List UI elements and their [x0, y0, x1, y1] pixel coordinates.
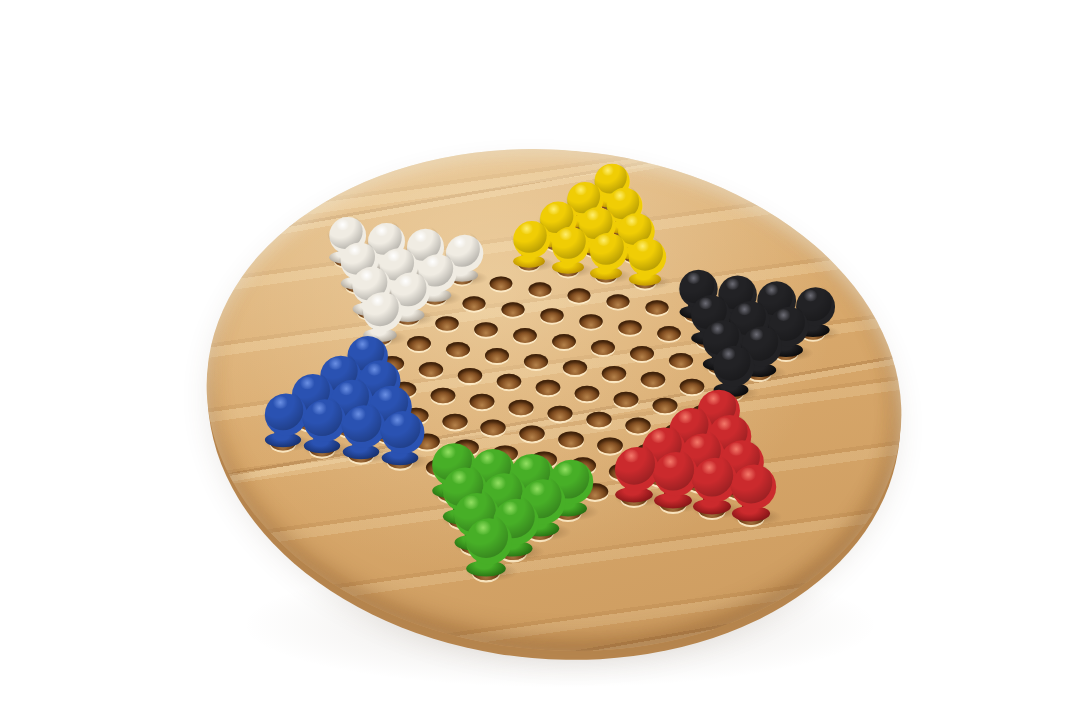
board-hole[interactable]: [497, 374, 521, 389]
board-hole[interactable]: [613, 392, 638, 408]
peg-ball: ●: [378, 405, 421, 450]
board-hole[interactable]: [508, 400, 533, 416]
board-hole[interactable]: [446, 342, 470, 357]
peg-ball: ●: [462, 511, 509, 560]
board-hole[interactable]: [529, 282, 552, 296]
board-hole[interactable]: [646, 301, 669, 315]
board-hole[interactable]: [474, 322, 498, 337]
board-hole[interactable]: [536, 380, 561, 395]
board-hole[interactable]: [485, 348, 509, 363]
chinese-checkers-board-photo: ●●●●●●●●●●●●●●●●●●●●●●●●●●●●●●●●●●●●●●●●…: [0, 0, 1086, 724]
board-hole[interactable]: [602, 366, 626, 381]
board-hole[interactable]: [591, 340, 615, 355]
board-hole[interactable]: [540, 308, 563, 323]
board-hole[interactable]: [607, 295, 630, 309]
board-hole[interactable]: [513, 328, 537, 343]
board-hole[interactable]: [419, 362, 443, 377]
board-hole[interactable]: [618, 320, 642, 335]
board-hole[interactable]: [575, 386, 600, 401]
board-hole[interactable]: [501, 302, 524, 316]
board-hole[interactable]: [524, 354, 548, 369]
peg-ball: ●: [626, 233, 664, 273]
board-hole[interactable]: [469, 394, 494, 410]
board-layer: ●●●●●●●●●●●●●●●●●●●●●●●●●●●●●●●●●●●●●●●●…: [0, 0, 1086, 724]
board-hole[interactable]: [630, 346, 654, 361]
board-hole[interactable]: [458, 368, 482, 383]
board-hole[interactable]: [641, 372, 665, 387]
board-hole[interactable]: [657, 327, 681, 342]
board-hole[interactable]: [435, 316, 458, 331]
board-hole[interactable]: [430, 387, 455, 402]
board-hole[interactable]: [579, 314, 602, 329]
board-hole[interactable]: [547, 406, 572, 422]
board-hole[interactable]: [552, 334, 576, 349]
peg-ball: ●: [728, 458, 773, 505]
peg-ball: ●: [549, 222, 586, 261]
board-hole[interactable]: [568, 289, 591, 303]
board-hole[interactable]: [563, 360, 587, 375]
board-hole[interactable]: [490, 276, 513, 290]
peg-ball: ●: [510, 216, 547, 255]
peg-ball: ●: [588, 227, 626, 266]
board-hole[interactable]: [407, 336, 431, 351]
board-hole[interactable]: [668, 352, 692, 367]
board-hole[interactable]: [462, 296, 485, 310]
board-hole[interactable]: [586, 412, 611, 428]
